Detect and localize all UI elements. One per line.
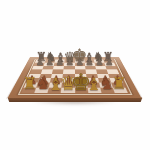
piece-white-rook[interactable]: ♜ — [109, 76, 131, 93]
piece-black-pawn[interactable]: ♟ — [103, 57, 115, 67]
chess-scene: ♜♞♝♛♚♝♞♜♟♟♟♟♟♟♟♟♟♟♟♟♟♟♟♟♜♞♝♛♚♝♞♜ — [0, 0, 150, 150]
